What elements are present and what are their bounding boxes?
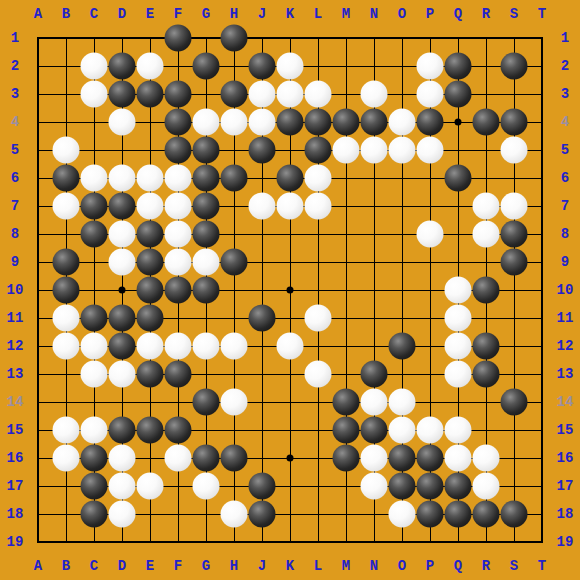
- col-label-top-H: H: [230, 7, 238, 21]
- white-stone-Q16[interactable]: [445, 445, 472, 472]
- black-stone-O16[interactable]: [389, 445, 416, 472]
- grid-line-h: [37, 541, 543, 543]
- black-stone-E15[interactable]: [137, 417, 164, 444]
- black-stone-K4[interactable]: [277, 109, 304, 136]
- black-stone-N15[interactable]: [361, 417, 388, 444]
- go-board[interactable]: AABBCCDDEEFFGGHHJJKKLLMMNNOOPPQQRRSSTT11…: [0, 0, 580, 580]
- white-stone-Q12[interactable]: [445, 333, 472, 360]
- black-stone-S4[interactable]: [501, 109, 528, 136]
- row-label-right-9: 9: [561, 255, 569, 269]
- row-label-right-1: 1: [561, 31, 569, 45]
- hoshi-point-D10: [119, 287, 126, 294]
- row-label-left-1: 1: [11, 31, 19, 45]
- grid-line-v: [541, 37, 543, 543]
- col-label-bottom-S: S: [510, 559, 518, 573]
- row-label-left-17: 17: [7, 479, 24, 493]
- row-label-left-18: 18: [7, 507, 24, 521]
- white-stone-G9[interactable]: [193, 249, 220, 276]
- black-stone-J11[interactable]: [249, 305, 276, 332]
- col-label-top-B: B: [62, 7, 70, 21]
- col-label-bottom-M: M: [342, 559, 350, 573]
- white-stone-N17[interactable]: [361, 473, 388, 500]
- col-label-top-E: E: [146, 7, 154, 21]
- white-stone-D8[interactable]: [109, 221, 136, 248]
- row-label-right-16: 16: [557, 451, 574, 465]
- row-label-right-11: 11: [557, 311, 574, 325]
- black-stone-E13[interactable]: [137, 361, 164, 388]
- col-label-bottom-O: O: [398, 559, 406, 573]
- col-label-top-T: T: [538, 7, 546, 21]
- white-stone-B7[interactable]: [53, 193, 80, 220]
- black-stone-F5[interactable]: [165, 137, 192, 164]
- white-stone-E6[interactable]: [137, 165, 164, 192]
- white-stone-P3[interactable]: [417, 81, 444, 108]
- black-stone-M4[interactable]: [333, 109, 360, 136]
- black-stone-H9[interactable]: [221, 249, 248, 276]
- white-stone-F7[interactable]: [165, 193, 192, 220]
- white-stone-J4[interactable]: [249, 109, 276, 136]
- col-label-top-K: K: [286, 7, 294, 21]
- white-stone-B16[interactable]: [53, 445, 80, 472]
- white-stone-B15[interactable]: [53, 417, 80, 444]
- white-stone-C3[interactable]: [81, 81, 108, 108]
- black-stone-F4[interactable]: [165, 109, 192, 136]
- col-label-top-Q: Q: [454, 7, 462, 21]
- black-stone-P17[interactable]: [417, 473, 444, 500]
- black-stone-J2[interactable]: [249, 53, 276, 80]
- row-label-left-14: 14: [7, 395, 24, 409]
- black-stone-G8[interactable]: [193, 221, 220, 248]
- black-stone-J17[interactable]: [249, 473, 276, 500]
- white-stone-R17[interactable]: [473, 473, 500, 500]
- black-stone-C8[interactable]: [81, 221, 108, 248]
- white-stone-K3[interactable]: [277, 81, 304, 108]
- col-label-bottom-C: C: [90, 559, 98, 573]
- white-stone-B11[interactable]: [53, 305, 80, 332]
- black-stone-E3[interactable]: [137, 81, 164, 108]
- black-stone-C7[interactable]: [81, 193, 108, 220]
- black-stone-O12[interactable]: [389, 333, 416, 360]
- row-label-left-15: 15: [7, 423, 24, 437]
- black-stone-Q18[interactable]: [445, 501, 472, 528]
- black-stone-S2[interactable]: [501, 53, 528, 80]
- white-stone-H12[interactable]: [221, 333, 248, 360]
- black-stone-B10[interactable]: [53, 277, 80, 304]
- black-stone-E9[interactable]: [137, 249, 164, 276]
- white-stone-N14[interactable]: [361, 389, 388, 416]
- col-label-bottom-A: A: [34, 559, 42, 573]
- white-stone-E12[interactable]: [137, 333, 164, 360]
- row-label-right-8: 8: [561, 227, 569, 241]
- black-stone-G7[interactable]: [193, 193, 220, 220]
- white-stone-J7[interactable]: [249, 193, 276, 220]
- black-stone-B6[interactable]: [53, 165, 80, 192]
- col-label-top-A: A: [34, 7, 42, 21]
- black-stone-F3[interactable]: [165, 81, 192, 108]
- col-label-bottom-N: N: [370, 559, 378, 573]
- grid-line-h: [37, 402, 543, 403]
- black-stone-Q2[interactable]: [445, 53, 472, 80]
- black-stone-M15[interactable]: [333, 417, 360, 444]
- black-stone-E8[interactable]: [137, 221, 164, 248]
- white-stone-S5[interactable]: [501, 137, 528, 164]
- black-stone-J5[interactable]: [249, 137, 276, 164]
- black-stone-D15[interactable]: [109, 417, 136, 444]
- row-label-right-14: 14: [557, 395, 574, 409]
- col-label-bottom-Q: Q: [454, 559, 462, 573]
- col-label-top-J: J: [258, 7, 266, 21]
- black-stone-F13[interactable]: [165, 361, 192, 388]
- black-stone-G14[interactable]: [193, 389, 220, 416]
- col-label-top-N: N: [370, 7, 378, 21]
- black-stone-Q3[interactable]: [445, 81, 472, 108]
- col-label-bottom-D: D: [118, 559, 126, 573]
- black-stone-H3[interactable]: [221, 81, 248, 108]
- row-label-left-6: 6: [11, 171, 19, 185]
- black-stone-P18[interactable]: [417, 501, 444, 528]
- row-label-right-17: 17: [557, 479, 574, 493]
- col-label-bottom-R: R: [482, 559, 490, 573]
- black-stone-G16[interactable]: [193, 445, 220, 472]
- black-stone-S8[interactable]: [501, 221, 528, 248]
- black-stone-F1[interactable]: [165, 25, 192, 52]
- row-label-right-18: 18: [557, 507, 574, 521]
- row-label-left-12: 12: [7, 339, 24, 353]
- col-label-bottom-E: E: [146, 559, 154, 573]
- black-stone-M14[interactable]: [333, 389, 360, 416]
- black-stone-H6[interactable]: [221, 165, 248, 192]
- col-label-top-M: M: [342, 7, 350, 21]
- white-stone-P2[interactable]: [417, 53, 444, 80]
- black-stone-S9[interactable]: [501, 249, 528, 276]
- black-stone-C18[interactable]: [81, 501, 108, 528]
- white-stone-N16[interactable]: [361, 445, 388, 472]
- row-label-left-4: 4: [11, 115, 19, 129]
- black-stone-P16[interactable]: [417, 445, 444, 472]
- white-stone-J3[interactable]: [249, 81, 276, 108]
- black-stone-R4[interactable]: [473, 109, 500, 136]
- row-label-right-13: 13: [557, 367, 574, 381]
- black-stone-S14[interactable]: [501, 389, 528, 416]
- white-stone-P8[interactable]: [417, 221, 444, 248]
- col-label-bottom-H: H: [230, 559, 238, 573]
- white-stone-Q10[interactable]: [445, 277, 472, 304]
- row-label-left-13: 13: [7, 367, 24, 381]
- white-stone-K7[interactable]: [277, 193, 304, 220]
- white-stone-F8[interactable]: [165, 221, 192, 248]
- white-stone-Q11[interactable]: [445, 305, 472, 332]
- row-label-right-5: 5: [561, 143, 569, 157]
- white-stone-C12[interactable]: [81, 333, 108, 360]
- white-stone-N3[interactable]: [361, 81, 388, 108]
- white-stone-R8[interactable]: [473, 221, 500, 248]
- black-stone-K6[interactable]: [277, 165, 304, 192]
- white-stone-C15[interactable]: [81, 417, 108, 444]
- black-stone-D7[interactable]: [109, 193, 136, 220]
- white-stone-D16[interactable]: [109, 445, 136, 472]
- white-stone-K12[interactable]: [277, 333, 304, 360]
- white-stone-G12[interactable]: [193, 333, 220, 360]
- col-label-top-R: R: [482, 7, 490, 21]
- row-label-left-2: 2: [11, 59, 19, 73]
- black-stone-E11[interactable]: [137, 305, 164, 332]
- white-stone-L6[interactable]: [305, 165, 332, 192]
- white-stone-S7[interactable]: [501, 193, 528, 220]
- row-label-right-10: 10: [557, 283, 574, 297]
- white-stone-E2[interactable]: [137, 53, 164, 80]
- black-stone-J18[interactable]: [249, 501, 276, 528]
- white-stone-O4[interactable]: [389, 109, 416, 136]
- black-stone-N4[interactable]: [361, 109, 388, 136]
- black-stone-D2[interactable]: [109, 53, 136, 80]
- black-stone-P4[interactable]: [417, 109, 444, 136]
- white-stone-L7[interactable]: [305, 193, 332, 220]
- black-stone-G5[interactable]: [193, 137, 220, 164]
- col-label-bottom-K: K: [286, 559, 294, 573]
- white-stone-C2[interactable]: [81, 53, 108, 80]
- white-stone-H4[interactable]: [221, 109, 248, 136]
- row-label-right-2: 2: [561, 59, 569, 73]
- white-stone-N5[interactable]: [361, 137, 388, 164]
- white-stone-Q13[interactable]: [445, 361, 472, 388]
- row-label-right-12: 12: [557, 339, 574, 353]
- white-stone-D9[interactable]: [109, 249, 136, 276]
- hoshi-point-K16: [287, 455, 294, 462]
- black-stone-G10[interactable]: [193, 277, 220, 304]
- white-stone-L3[interactable]: [305, 81, 332, 108]
- row-label-left-5: 5: [11, 143, 19, 157]
- col-label-bottom-L: L: [314, 559, 322, 573]
- hoshi-point-Q4: [455, 119, 462, 126]
- col-label-bottom-J: J: [258, 559, 266, 573]
- white-stone-P5[interactable]: [417, 137, 444, 164]
- white-stone-O14[interactable]: [389, 389, 416, 416]
- black-stone-R10[interactable]: [473, 277, 500, 304]
- col-label-bottom-G: G: [202, 559, 210, 573]
- white-stone-O15[interactable]: [389, 417, 416, 444]
- white-stone-F12[interactable]: [165, 333, 192, 360]
- row-label-right-6: 6: [561, 171, 569, 185]
- white-stone-D6[interactable]: [109, 165, 136, 192]
- col-label-top-S: S: [510, 7, 518, 21]
- row-label-right-7: 7: [561, 199, 569, 213]
- white-stone-D13[interactable]: [109, 361, 136, 388]
- white-stone-O5[interactable]: [389, 137, 416, 164]
- black-stone-F10[interactable]: [165, 277, 192, 304]
- black-stone-E10[interactable]: [137, 277, 164, 304]
- black-stone-N13[interactable]: [361, 361, 388, 388]
- white-stone-G4[interactable]: [193, 109, 220, 136]
- white-stone-Q15[interactable]: [445, 417, 472, 444]
- white-stone-B5[interactable]: [53, 137, 80, 164]
- row-label-left-11: 11: [7, 311, 24, 325]
- col-label-top-F: F: [174, 7, 182, 21]
- col-label-bottom-F: F: [174, 559, 182, 573]
- white-stone-D17[interactable]: [109, 473, 136, 500]
- black-stone-L4[interactable]: [305, 109, 332, 136]
- white-stone-C13[interactable]: [81, 361, 108, 388]
- white-stone-O18[interactable]: [389, 501, 416, 528]
- col-label-bottom-T: T: [538, 559, 546, 573]
- white-stone-R7[interactable]: [473, 193, 500, 220]
- white-stone-L13[interactable]: [305, 361, 332, 388]
- black-stone-Q6[interactable]: [445, 165, 472, 192]
- black-stone-R12[interactable]: [473, 333, 500, 360]
- black-stone-D3[interactable]: [109, 81, 136, 108]
- col-label-top-L: L: [314, 7, 322, 21]
- black-stone-H1[interactable]: [221, 25, 248, 52]
- col-label-top-P: P: [426, 7, 434, 21]
- black-stone-M16[interactable]: [333, 445, 360, 472]
- white-stone-E17[interactable]: [137, 473, 164, 500]
- black-stone-D12[interactable]: [109, 333, 136, 360]
- white-stone-L11[interactable]: [305, 305, 332, 332]
- col-label-bottom-P: P: [426, 559, 434, 573]
- black-stone-C16[interactable]: [81, 445, 108, 472]
- black-stone-O17[interactable]: [389, 473, 416, 500]
- white-stone-K2[interactable]: [277, 53, 304, 80]
- white-stone-P15[interactable]: [417, 417, 444, 444]
- hoshi-point-K10: [287, 287, 294, 294]
- col-label-top-G: G: [202, 7, 210, 21]
- white-stone-E7[interactable]: [137, 193, 164, 220]
- white-stone-R16[interactable]: [473, 445, 500, 472]
- row-label-left-3: 3: [11, 87, 19, 101]
- black-stone-Q17[interactable]: [445, 473, 472, 500]
- black-stone-C17[interactable]: [81, 473, 108, 500]
- black-stone-R18[interactable]: [473, 501, 500, 528]
- row-label-left-10: 10: [7, 283, 24, 297]
- black-stone-C11[interactable]: [81, 305, 108, 332]
- black-stone-B9[interactable]: [53, 249, 80, 276]
- white-stone-D4[interactable]: [109, 109, 136, 136]
- white-stone-F16[interactable]: [165, 445, 192, 472]
- white-stone-F6[interactable]: [165, 165, 192, 192]
- black-stone-D11[interactable]: [109, 305, 136, 332]
- row-label-left-19: 19: [7, 535, 24, 549]
- white-stone-D18[interactable]: [109, 501, 136, 528]
- black-stone-G6[interactable]: [193, 165, 220, 192]
- col-label-top-O: O: [398, 7, 406, 21]
- white-stone-H18[interactable]: [221, 501, 248, 528]
- row-label-left-9: 9: [11, 255, 19, 269]
- white-stone-H14[interactable]: [221, 389, 248, 416]
- row-label-right-15: 15: [557, 423, 574, 437]
- black-stone-F15[interactable]: [165, 417, 192, 444]
- row-label-left-8: 8: [11, 227, 19, 241]
- col-label-top-C: C: [90, 7, 98, 21]
- white-stone-F9[interactable]: [165, 249, 192, 276]
- black-stone-G2[interactable]: [193, 53, 220, 80]
- col-label-bottom-B: B: [62, 559, 70, 573]
- white-stone-C6[interactable]: [81, 165, 108, 192]
- row-label-right-19: 19: [557, 535, 574, 549]
- black-stone-L5[interactable]: [305, 137, 332, 164]
- row-label-right-3: 3: [561, 87, 569, 101]
- black-stone-R13[interactable]: [473, 361, 500, 388]
- row-label-left-16: 16: [7, 451, 24, 465]
- black-stone-H16[interactable]: [221, 445, 248, 472]
- white-stone-G17[interactable]: [193, 473, 220, 500]
- black-stone-S18[interactable]: [501, 501, 528, 528]
- col-label-top-D: D: [118, 7, 126, 21]
- row-label-right-4: 4: [561, 115, 569, 129]
- white-stone-M5[interactable]: [333, 137, 360, 164]
- white-stone-B12[interactable]: [53, 333, 80, 360]
- row-label-left-7: 7: [11, 199, 19, 213]
